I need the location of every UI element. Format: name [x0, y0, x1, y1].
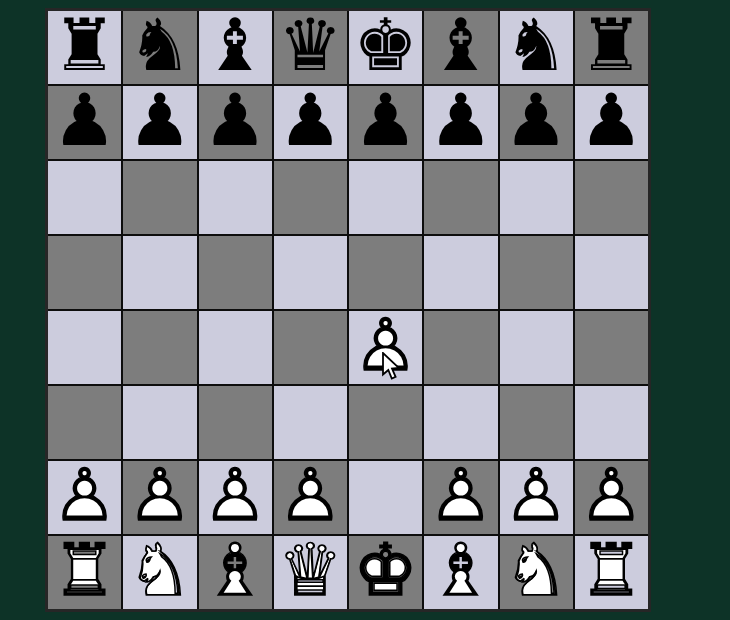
square-e1[interactable]: ♚♔: [349, 536, 422, 609]
square-h6[interactable]: [575, 161, 648, 234]
piece-black-pawn-d7: ♟: [274, 86, 347, 159]
square-a6[interactable]: [48, 161, 121, 234]
piece-black-pawn-h7: ♟: [575, 86, 648, 159]
piece-black-pawn-b7: ♟: [123, 86, 196, 159]
piece-black-knight-g8: ♞: [500, 11, 573, 84]
piece-white-pawn-f2: ♟♙: [424, 461, 497, 534]
square-d6[interactable]: [274, 161, 347, 234]
piece-black-knight-b8: ♞: [123, 11, 196, 84]
square-e2[interactable]: [349, 461, 422, 534]
square-h8[interactable]: ♜: [575, 11, 648, 84]
piece-white-pawn-b2: ♟♙: [123, 461, 196, 534]
square-a5[interactable]: [48, 236, 121, 309]
square-a4[interactable]: [48, 311, 121, 384]
square-f6[interactable]: [424, 161, 497, 234]
piece-black-pawn-g7: ♟: [500, 86, 573, 159]
square-c8[interactable]: ♝: [199, 11, 272, 84]
square-b6[interactable]: [123, 161, 196, 234]
square-c2[interactable]: ♟♙: [199, 461, 272, 534]
piece-white-king-e1: ♚♔: [349, 536, 422, 609]
square-f1[interactable]: ♝♗: [424, 536, 497, 609]
square-d5[interactable]: [274, 236, 347, 309]
piece-black-rook-a8: ♜: [48, 11, 121, 84]
square-e7[interactable]: ♟: [349, 86, 422, 159]
square-b8[interactable]: ♞: [123, 11, 196, 84]
square-e6[interactable]: [349, 161, 422, 234]
square-f2[interactable]: ♟♙: [424, 461, 497, 534]
square-a1[interactable]: ♜♖: [48, 536, 121, 609]
square-c4[interactable]: [199, 311, 272, 384]
piece-black-rook-h8: ♜: [575, 11, 648, 84]
square-c3[interactable]: [199, 386, 272, 459]
square-a8[interactable]: ♜: [48, 11, 121, 84]
square-d2[interactable]: ♟♙: [274, 461, 347, 534]
square-g1[interactable]: ♞♘: [500, 536, 573, 609]
square-a2[interactable]: ♟♙: [48, 461, 121, 534]
piece-white-pawn-e4: ♟♙: [349, 311, 422, 384]
square-h3[interactable]: [575, 386, 648, 459]
piece-black-bishop-f8: ♝: [424, 11, 497, 84]
square-f7[interactable]: ♟: [424, 86, 497, 159]
square-d7[interactable]: ♟: [274, 86, 347, 159]
square-f3[interactable]: [424, 386, 497, 459]
square-h1[interactable]: ♜♖: [575, 536, 648, 609]
square-g6[interactable]: [500, 161, 573, 234]
square-d1[interactable]: ♛♕: [274, 536, 347, 609]
piece-white-rook-h1: ♜♖: [575, 536, 648, 609]
square-c6[interactable]: [199, 161, 272, 234]
window-bottom-edge-shadow: [0, 616, 730, 620]
square-f8[interactable]: ♝: [424, 11, 497, 84]
square-f5[interactable]: [424, 236, 497, 309]
square-g7[interactable]: ♟: [500, 86, 573, 159]
square-g4[interactable]: [500, 311, 573, 384]
square-h7[interactable]: ♟: [575, 86, 648, 159]
chess-board: ♜♞♝♛♚♝♞♜♟♟♟♟♟♟♟♟♟♙♟♙♟♙♟♙♟♙♟♙♟♙♟♙♜♖♞♘♝♗♛♕…: [45, 8, 651, 612]
square-g8[interactable]: ♞: [500, 11, 573, 84]
square-b4[interactable]: [123, 311, 196, 384]
square-g3[interactable]: [500, 386, 573, 459]
square-a3[interactable]: [48, 386, 121, 459]
piece-black-queen-d8: ♛: [274, 11, 347, 84]
square-h4[interactable]: [575, 311, 648, 384]
piece-black-pawn-f7: ♟: [424, 86, 497, 159]
square-c1[interactable]: ♝♗: [199, 536, 272, 609]
square-e8[interactable]: ♚: [349, 11, 422, 84]
square-h2[interactable]: ♟♙: [575, 461, 648, 534]
square-b7[interactable]: ♟: [123, 86, 196, 159]
piece-white-rook-a1: ♜♖: [48, 536, 121, 609]
piece-white-queen-d1: ♛♕: [274, 536, 347, 609]
square-d3[interactable]: [274, 386, 347, 459]
piece-white-bishop-f1: ♝♗: [424, 536, 497, 609]
square-b1[interactable]: ♞♘: [123, 536, 196, 609]
square-b2[interactable]: ♟♙: [123, 461, 196, 534]
piece-black-pawn-c7: ♟: [199, 86, 272, 159]
piece-white-pawn-a2: ♟♙: [48, 461, 121, 534]
piece-black-pawn-e7: ♟: [349, 86, 422, 159]
square-h5[interactable]: [575, 236, 648, 309]
square-a7[interactable]: ♟: [48, 86, 121, 159]
square-e3[interactable]: [349, 386, 422, 459]
square-b5[interactable]: [123, 236, 196, 309]
square-f4[interactable]: [424, 311, 497, 384]
piece-white-knight-b1: ♞♘: [123, 536, 196, 609]
square-g2[interactable]: ♟♙: [500, 461, 573, 534]
square-e4[interactable]: ♟♙: [349, 311, 422, 384]
square-e5[interactable]: [349, 236, 422, 309]
square-c5[interactable]: [199, 236, 272, 309]
piece-white-bishop-c1: ♝♗: [199, 536, 272, 609]
piece-white-pawn-c2: ♟♙: [199, 461, 272, 534]
square-g5[interactable]: [500, 236, 573, 309]
piece-black-pawn-a7: ♟: [48, 86, 121, 159]
piece-white-knight-g1: ♞♘: [500, 536, 573, 609]
piece-black-king-e8: ♚: [349, 11, 422, 84]
piece-white-pawn-h2: ♟♙: [575, 461, 648, 534]
square-d4[interactable]: [274, 311, 347, 384]
square-b3[interactable]: [123, 386, 196, 459]
piece-black-bishop-c8: ♝: [199, 11, 272, 84]
square-d8[interactable]: ♛: [274, 11, 347, 84]
square-c7[interactable]: ♟: [199, 86, 272, 159]
piece-white-pawn-d2: ♟♙: [274, 461, 347, 534]
piece-white-pawn-g2: ♟♙: [500, 461, 573, 534]
